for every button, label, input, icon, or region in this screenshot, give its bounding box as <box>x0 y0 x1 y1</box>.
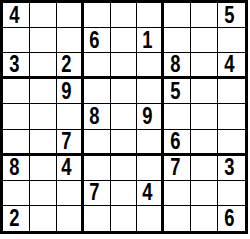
cell-r2c7[interactable] <box>164 28 191 53</box>
cell-r8c5[interactable] <box>111 181 138 206</box>
cell-r5c9[interactable] <box>218 104 245 129</box>
cell-r3c7[interactable]: 8 <box>164 53 191 79</box>
cell-r5c3[interactable] <box>57 104 84 129</box>
cell-r6c7[interactable]: 6 <box>164 130 191 156</box>
given-digit: 4 <box>9 4 19 27</box>
cell-r6c3[interactable]: 7 <box>57 130 84 156</box>
cell-r9c9[interactable]: 6 <box>218 206 245 231</box>
given-digit: 3 <box>224 156 234 179</box>
cell-r6c9[interactable] <box>218 130 245 156</box>
given-digit: 4 <box>142 181 152 204</box>
cell-r4c1[interactable] <box>3 79 30 104</box>
cell-r9c8[interactable] <box>191 206 218 231</box>
cell-r8c2[interactable] <box>30 181 57 206</box>
cell-r3c5[interactable] <box>111 53 138 79</box>
cell-r8c7[interactable] <box>164 181 191 206</box>
cell-r2c8[interactable] <box>191 28 218 53</box>
cell-r4c7[interactable]: 5 <box>164 79 191 104</box>
cell-r9c3[interactable] <box>57 206 84 231</box>
cell-r9c5[interactable] <box>111 206 138 231</box>
cell-r4c5[interactable] <box>111 79 138 104</box>
cell-r5c8[interactable] <box>191 104 218 129</box>
given-digit: 2 <box>62 53 72 76</box>
cell-r1c1[interactable]: 4 <box>3 3 30 28</box>
cell-r3c1[interactable]: 3 <box>3 53 30 79</box>
cell-r3c8[interactable] <box>191 53 218 79</box>
cell-r2c2[interactable] <box>30 28 57 53</box>
given-digit: 8 <box>89 105 99 128</box>
given-digit: 8 <box>9 156 19 179</box>
given-digit: 6 <box>170 130 180 153</box>
cell-r1c4[interactable] <box>84 3 111 28</box>
cell-r6c2[interactable] <box>30 130 57 156</box>
cell-r5c2[interactable] <box>30 104 57 129</box>
cell-r2c9[interactable] <box>218 28 245 53</box>
cell-r2c5[interactable] <box>111 28 138 53</box>
cell-r7c6[interactable] <box>137 156 164 181</box>
given-digit: 9 <box>62 80 72 103</box>
cell-r2c4[interactable]: 6 <box>84 28 111 53</box>
cell-r5c1[interactable] <box>3 104 30 129</box>
cell-r4c6[interactable] <box>137 79 164 104</box>
cell-r3c2[interactable] <box>30 53 57 79</box>
cell-r9c7[interactable] <box>164 206 191 231</box>
cell-r2c1[interactable] <box>3 28 30 53</box>
sudoku-board: 4561328495897684737426 <box>0 0 248 234</box>
given-digit: 8 <box>170 53 180 76</box>
cell-r7c9[interactable]: 3 <box>218 156 245 181</box>
cell-r8c8[interactable] <box>191 181 218 206</box>
cell-r3c9[interactable]: 4 <box>218 53 245 79</box>
given-digit: 2 <box>9 207 19 230</box>
cell-r5c5[interactable] <box>111 104 138 129</box>
cell-r7c3[interactable]: 4 <box>57 156 84 181</box>
cell-r6c8[interactable] <box>191 130 218 156</box>
cell-r1c5[interactable] <box>111 3 138 28</box>
cell-r3c6[interactable] <box>137 53 164 79</box>
given-digit: 7 <box>89 181 99 204</box>
given-digit: 4 <box>224 53 234 76</box>
given-digit: 4 <box>62 156 72 179</box>
cell-r1c6[interactable] <box>137 3 164 28</box>
cell-r7c7[interactable]: 7 <box>164 156 191 181</box>
cell-r5c6[interactable]: 9 <box>137 104 164 129</box>
cell-r7c8[interactable] <box>191 156 218 181</box>
cell-r3c3[interactable]: 2 <box>57 53 84 79</box>
cell-r1c7[interactable] <box>164 3 191 28</box>
cell-r6c6[interactable] <box>137 130 164 156</box>
cell-r8c1[interactable] <box>3 181 30 206</box>
cell-r6c4[interactable] <box>84 130 111 156</box>
cell-r8c9[interactable] <box>218 181 245 206</box>
cell-r1c8[interactable] <box>191 3 218 28</box>
cell-r6c5[interactable] <box>111 130 138 156</box>
cell-r8c4[interactable]: 7 <box>84 181 111 206</box>
cell-r6c1[interactable] <box>3 130 30 156</box>
cell-r4c9[interactable] <box>218 79 245 104</box>
cell-r9c6[interactable] <box>137 206 164 231</box>
given-digit: 6 <box>224 207 234 230</box>
given-digit: 9 <box>142 105 152 128</box>
cell-r5c4[interactable]: 8 <box>84 104 111 129</box>
cell-r4c8[interactable] <box>191 79 218 104</box>
cell-r4c2[interactable] <box>30 79 57 104</box>
given-digit: 6 <box>89 29 99 52</box>
given-digit: 1 <box>142 29 152 52</box>
given-digit: 7 <box>62 130 72 153</box>
cell-r9c2[interactable] <box>30 206 57 231</box>
cell-r9c4[interactable] <box>84 206 111 231</box>
cell-r4c4[interactable] <box>84 79 111 104</box>
cell-r7c5[interactable] <box>111 156 138 181</box>
cell-r2c3[interactable] <box>57 28 84 53</box>
cell-r1c9[interactable]: 5 <box>218 3 245 28</box>
cell-r7c4[interactable] <box>84 156 111 181</box>
cell-r2c6[interactable]: 1 <box>137 28 164 53</box>
cell-r7c2[interactable] <box>30 156 57 181</box>
cell-r9c1[interactable]: 2 <box>3 206 30 231</box>
cell-r3c4[interactable] <box>84 53 111 79</box>
cell-r1c2[interactable] <box>30 3 57 28</box>
given-digit: 7 <box>170 156 180 179</box>
cell-r8c6[interactable]: 4 <box>137 181 164 206</box>
cell-r5c7[interactable] <box>164 104 191 129</box>
given-digit: 5 <box>170 80 180 103</box>
cell-r8c3[interactable] <box>57 181 84 206</box>
given-digit: 3 <box>9 53 19 76</box>
cell-r7c1[interactable]: 8 <box>3 156 30 181</box>
cell-r1c3[interactable] <box>57 3 84 28</box>
given-digit: 5 <box>224 4 234 27</box>
cell-r4c3[interactable]: 9 <box>57 79 84 104</box>
